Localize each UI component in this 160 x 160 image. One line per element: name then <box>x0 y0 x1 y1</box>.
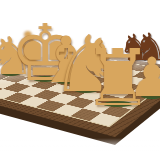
photo-stage: ♝♟♞♞♞♚♝♞♜♟ <box>0 0 160 160</box>
white-pawn-right: ♟ <box>128 51 160 105</box>
bottom-fade <box>0 136 160 160</box>
